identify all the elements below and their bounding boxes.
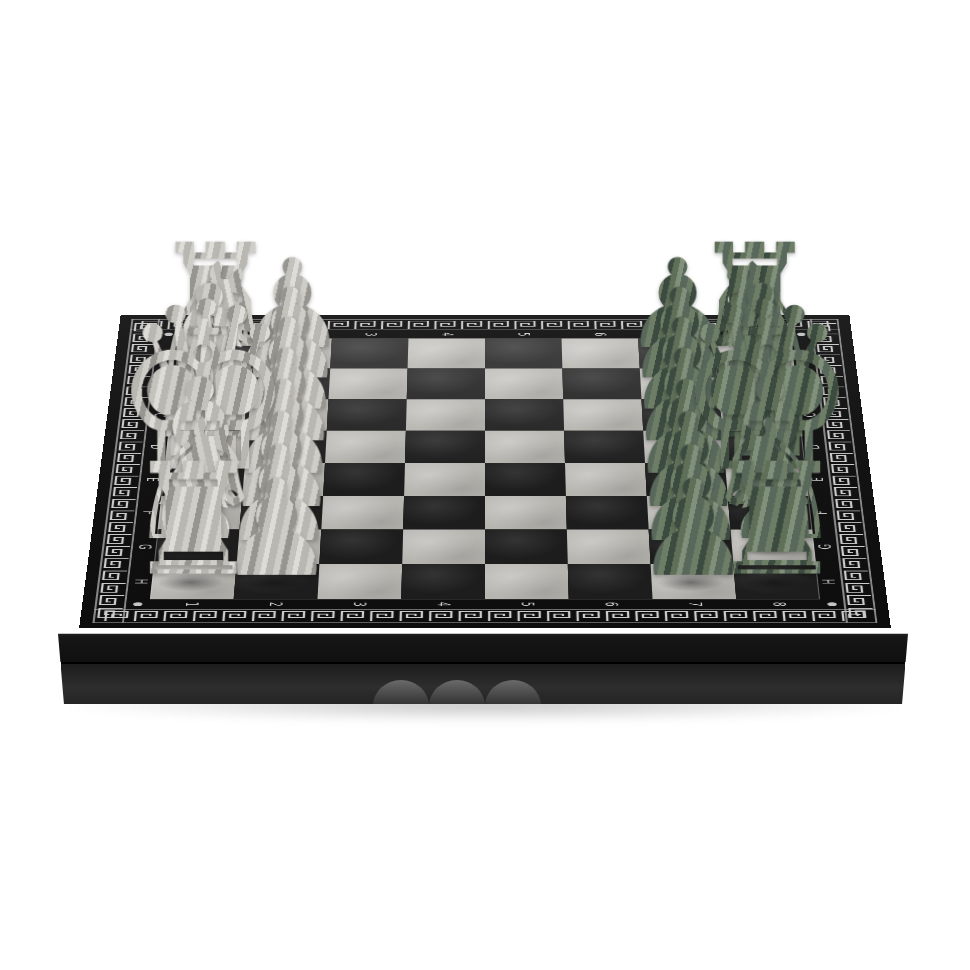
corner-dot xyxy=(827,602,837,606)
rank-label-front-7: 7 xyxy=(685,602,704,606)
square-e4[interactable] xyxy=(404,463,485,496)
square-b5[interactable] xyxy=(485,369,563,400)
square-c4[interactable] xyxy=(406,399,485,430)
square-f4[interactable] xyxy=(403,496,485,530)
rank-label-front-3: 3 xyxy=(350,602,369,606)
rank-label-front-2: 2 xyxy=(266,602,285,606)
corner-dot xyxy=(133,602,143,606)
square-a4[interactable] xyxy=(408,338,485,368)
rank-label-back-5: 5 xyxy=(515,333,532,337)
meander-border-front xyxy=(92,609,877,623)
square-d5[interactable] xyxy=(485,431,565,463)
rank-label-front-5: 5 xyxy=(517,602,536,606)
square-h4[interactable] xyxy=(401,564,485,599)
square-h5[interactable] xyxy=(485,564,569,599)
chess-board: 1122334455667788AABBCCDDEEFFGGHH♜♞♝♛♚♝♞♜… xyxy=(79,315,891,628)
square-e5[interactable] xyxy=(485,463,566,496)
rank-label-back-4: 4 xyxy=(438,333,455,337)
rank-label-front-6: 6 xyxy=(601,602,620,606)
square-c5[interactable] xyxy=(485,399,564,430)
square-b4[interactable] xyxy=(407,369,485,400)
square-g5[interactable] xyxy=(485,530,568,564)
product-photo-stage: 1122334455667788AABBCCDDEEFFGGHH♜♞♝♛♚♝♞♜… xyxy=(0,0,970,970)
rank-label-front-1: 1 xyxy=(182,602,201,606)
rank-label-front-8: 8 xyxy=(769,602,788,606)
scene: 1122334455667788AABBCCDDEEFFGGHH♜♞♝♛♚♝♞♜… xyxy=(0,0,970,970)
rank-label-front-4: 4 xyxy=(434,602,453,606)
piece-black-rook-h8[interactable]: ♜ xyxy=(708,458,846,584)
piece-white-rook-h1[interactable]: ♜ xyxy=(124,458,262,584)
square-g4[interactable] xyxy=(402,530,485,564)
rank-label-back-3: 3 xyxy=(362,333,379,337)
square-f5[interactable] xyxy=(485,496,567,530)
square-d4[interactable] xyxy=(405,431,485,463)
rank-label-back-6: 6 xyxy=(591,333,608,337)
square-a5[interactable] xyxy=(485,338,562,368)
